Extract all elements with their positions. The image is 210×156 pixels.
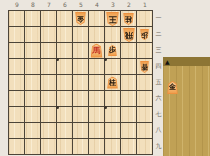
cell-4-4[interactable] [89, 59, 105, 75]
cell-3-8[interactable] [105, 123, 121, 139]
cell-3-4[interactable] [105, 59, 121, 75]
rank-label-2: 二 [154, 26, 163, 42]
cell-8-1[interactable] [25, 11, 41, 27]
piece-gote-lance-14[interactable]: 香 [140, 61, 149, 73]
cell-5-8[interactable] [73, 123, 89, 139]
cell-8-3[interactable] [25, 43, 41, 59]
cell-9-3[interactable] [9, 43, 25, 59]
cell-5-6[interactable] [73, 91, 89, 107]
cell-8-7[interactable] [25, 107, 41, 123]
cell-1-7[interactable] [137, 107, 153, 123]
cell-5-9[interactable] [73, 139, 89, 155]
cell-3-6[interactable] [105, 91, 121, 107]
cell-7-4[interactable] [41, 59, 57, 75]
cell-7-8[interactable] [41, 123, 57, 139]
cell-6-3[interactable] [57, 43, 73, 59]
cell-9-2[interactable] [9, 27, 25, 43]
cell-4-8[interactable] [89, 123, 105, 139]
file-label-4: 4 [89, 0, 105, 9]
piece-sente-gold[interactable]: 金 [167, 81, 178, 94]
sente-hand-pieces: 金 [163, 66, 210, 156]
rank-label-4: 四 [154, 58, 163, 74]
sente-marker: ▲ [165, 57, 170, 66]
cell-5-3[interactable] [73, 43, 89, 59]
cell-2-6[interactable] [121, 91, 137, 107]
hoshi-dot [56, 58, 59, 61]
piece-kanji: 桂 [125, 13, 132, 25]
cell-2-5[interactable] [121, 75, 137, 91]
cell-9-1[interactable] [9, 11, 25, 27]
cell-8-4[interactable] [25, 59, 41, 75]
piece-kanji: 金 [77, 12, 84, 25]
cell-3-9[interactable] [105, 139, 121, 155]
cell-6-4[interactable] [57, 59, 73, 75]
piece-kanji: 香 [141, 61, 148, 73]
cell-9-8[interactable] [9, 123, 25, 139]
sente-hand-panel: ▲ 金 [163, 57, 210, 156]
piece-kanji: 王 [109, 12, 117, 26]
cell-2-3[interactable] [121, 43, 137, 59]
cell-7-2[interactable] [41, 27, 57, 43]
cell-6-2[interactable] [57, 27, 73, 43]
cell-1-6[interactable] [137, 91, 153, 107]
cell-4-9[interactable] [89, 139, 105, 155]
rank-label-6: 六 [154, 90, 163, 106]
cell-4-6[interactable] [89, 91, 105, 107]
cell-8-5[interactable] [25, 75, 41, 91]
cell-9-6[interactable] [9, 91, 25, 107]
piece-kanji: 金 [169, 81, 176, 94]
cell-3-2[interactable] [105, 27, 121, 43]
rank-label-9: 九 [154, 138, 163, 154]
piece-kanji: 馬 [93, 44, 101, 58]
cell-7-7[interactable] [41, 107, 57, 123]
rank-label-1: 一 [154, 10, 163, 26]
cell-4-7[interactable] [89, 107, 105, 123]
rank-label-8: 八 [154, 122, 163, 138]
cell-7-5[interactable] [41, 75, 57, 91]
cell-1-9[interactable] [137, 139, 153, 155]
cell-2-4[interactable] [121, 59, 137, 75]
file-label-7: 7 [41, 0, 57, 9]
cell-8-9[interactable] [25, 139, 41, 155]
file-label-3: 3 [105, 0, 121, 9]
hoshi-dot [56, 106, 59, 109]
file-label-6: 6 [57, 0, 73, 9]
cell-2-9[interactable] [121, 139, 137, 155]
cell-2-8[interactable] [121, 123, 137, 139]
piece-kanji: 飛 [125, 28, 133, 42]
cell-6-7[interactable] [57, 107, 73, 123]
cell-9-7[interactable] [9, 107, 25, 123]
cell-8-6[interactable] [25, 91, 41, 107]
cell-7-6[interactable] [41, 91, 57, 107]
cell-7-9[interactable] [41, 139, 57, 155]
cell-1-8[interactable] [137, 123, 153, 139]
file-label-5: 5 [73, 0, 89, 9]
file-label-9: 9 [9, 0, 25, 9]
hoshi-dot [104, 106, 107, 109]
cell-6-5[interactable] [57, 75, 73, 91]
rank-labels: 一二三四五六七八九 [154, 10, 163, 155]
cell-9-9[interactable] [9, 139, 25, 155]
piece-kanji: 桂 [109, 77, 116, 89]
cell-6-9[interactable] [57, 139, 73, 155]
rank-label-5: 五 [154, 74, 163, 90]
file-labels: 987654321 [9, 0, 154, 9]
cell-5-4[interactable] [73, 59, 89, 75]
cell-1-1[interactable] [137, 11, 153, 27]
rank-label-3: 三 [154, 42, 163, 58]
file-label-8: 8 [25, 0, 41, 9]
cell-2-7[interactable] [121, 107, 137, 123]
cell-4-5[interactable] [89, 75, 105, 91]
piece-gote-knight-21[interactable]: 桂 [123, 13, 134, 25]
cell-9-4[interactable] [9, 59, 25, 75]
cell-4-2[interactable] [89, 27, 105, 43]
cell-6-8[interactable] [57, 123, 73, 139]
cell-1-5[interactable] [137, 75, 153, 91]
cell-7-1[interactable] [41, 11, 57, 27]
cell-9-5[interactable] [9, 75, 25, 91]
cell-7-3[interactable] [41, 43, 57, 59]
cell-6-1[interactable] [57, 11, 73, 27]
rank-label-7: 七 [154, 106, 163, 122]
piece-kanji: 歩 [109, 45, 116, 56]
file-label-1: 1 [137, 0, 153, 9]
file-label-2: 2 [121, 0, 137, 9]
cell-5-5[interactable] [73, 75, 89, 91]
cell-1-3[interactable] [137, 43, 153, 59]
piece-kanji: 歩 [141, 29, 148, 40]
shogi-app: 987654321 一二三四五六七八九 ▲ 金 金王桂飛歩馬歩香桂 [0, 0, 210, 156]
cell-8-2[interactable] [25, 27, 41, 43]
cell-5-7[interactable] [73, 107, 89, 123]
cell-5-2[interactable] [73, 27, 89, 43]
cell-8-8[interactable] [25, 123, 41, 139]
hoshi-dot [104, 58, 107, 61]
cell-6-6[interactable] [57, 91, 73, 107]
cell-3-7[interactable] [105, 107, 121, 123]
cell-4-1[interactable] [89, 11, 105, 27]
